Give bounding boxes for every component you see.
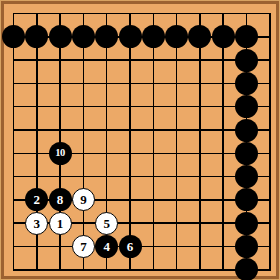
black-stone bbox=[235, 25, 258, 48]
move-number: 7 bbox=[80, 240, 87, 253]
black-stone bbox=[235, 235, 258, 258]
move-2-stone: 2 bbox=[25, 188, 48, 211]
go-board[interactable]: 12345678910 bbox=[0, 0, 280, 280]
move-number: 10 bbox=[55, 148, 65, 159]
black-stone bbox=[235, 188, 258, 211]
black-stone bbox=[142, 25, 165, 48]
move-9-stone: 9 bbox=[72, 188, 95, 211]
move-8-stone: 8 bbox=[49, 188, 72, 211]
black-stone bbox=[49, 25, 72, 48]
black-stone bbox=[235, 95, 258, 118]
black-stone bbox=[235, 72, 258, 95]
black-stone bbox=[25, 25, 48, 48]
black-stone bbox=[119, 25, 142, 48]
black-stone bbox=[2, 25, 25, 48]
move-number: 6 bbox=[127, 240, 134, 253]
black-stone bbox=[235, 165, 258, 188]
stones-layer: 12345678910 bbox=[0, 0, 280, 280]
black-stone bbox=[235, 212, 258, 235]
move-7-stone: 7 bbox=[72, 235, 95, 258]
move-number: 3 bbox=[34, 216, 41, 229]
black-stone bbox=[188, 25, 211, 48]
move-3-stone: 3 bbox=[25, 212, 48, 235]
black-stone bbox=[235, 49, 258, 72]
move-4-stone: 4 bbox=[95, 235, 118, 258]
move-number: 9 bbox=[80, 193, 87, 206]
move-number: 4 bbox=[103, 240, 110, 253]
move-5-stone: 5 bbox=[95, 212, 118, 235]
move-number: 2 bbox=[34, 193, 41, 206]
black-stone bbox=[95, 25, 118, 48]
black-stone bbox=[235, 119, 258, 142]
go-diagram: 12345678910 bbox=[0, 0, 280, 280]
black-stone bbox=[72, 25, 95, 48]
black-stone bbox=[235, 142, 258, 165]
black-stone bbox=[212, 25, 235, 48]
black-stone bbox=[165, 25, 188, 48]
move-number: 1 bbox=[57, 216, 64, 229]
move-number: 8 bbox=[57, 193, 64, 206]
move-number: 5 bbox=[103, 216, 110, 229]
move-1-stone: 1 bbox=[49, 212, 72, 235]
move-6-stone: 6 bbox=[119, 235, 142, 258]
move-10-stone: 10 bbox=[49, 142, 72, 165]
black-stone bbox=[235, 258, 258, 280]
